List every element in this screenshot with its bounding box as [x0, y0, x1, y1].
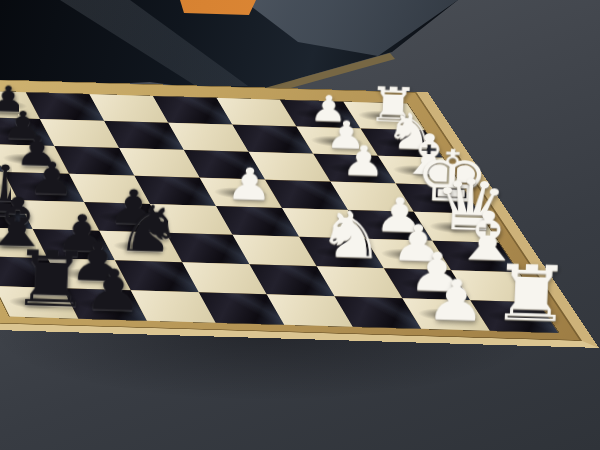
chess-piece-black-pawn[interactable]: ♟ — [78, 261, 149, 320]
photo-scene: ♜♟♟♜♞♟♟♞♝♟♟♝♚♟♟♚♛♟♟♛♝♟♞♞♟♝♟♟♜♟♟♜ — [0, 0, 600, 450]
chess-piece-white-pawn[interactable]: ♟ — [216, 161, 284, 207]
chess-piece-white-knight[interactable]: ♞ — [316, 201, 386, 267]
board-grid: ♜♟♟♜♞♟♟♞♝♟♟♝♚♟♟♚♛♟♟♛♝♟♞♞♟♝♟♟♜♟♟♜ — [0, 88, 558, 332]
square-a8[interactable]: ♜ — [0, 286, 78, 319]
square-c4[interactable] — [233, 235, 317, 266]
chess-piece-white-pawn[interactable]: ♟ — [421, 271, 492, 330]
square-e4[interactable]: ♟ — [200, 178, 282, 208]
chess-board-3d-wrapper: ♜♟♟♜♞♟♟♞♝♟♟♝♚♟♟♚♛♟♟♛♝♟♞♞♟♝♟♟♜♟♟♜ — [0, 76, 599, 348]
square-b5[interactable] — [182, 262, 266, 294]
chess-piece-black-rook[interactable]: ♜ — [9, 240, 81, 318]
chess-piece-white-pawn[interactable]: ♟ — [330, 140, 397, 183]
chess-board-frame: ♜♟♟♜♞♟♟♞♝♟♟♝♚♟♟♚♛♟♟♛♝♟♞♞♟♝♟♟♜♟♟♜ — [0, 76, 599, 348]
chess-piece-white-rook[interactable]: ♜ — [489, 254, 561, 332]
